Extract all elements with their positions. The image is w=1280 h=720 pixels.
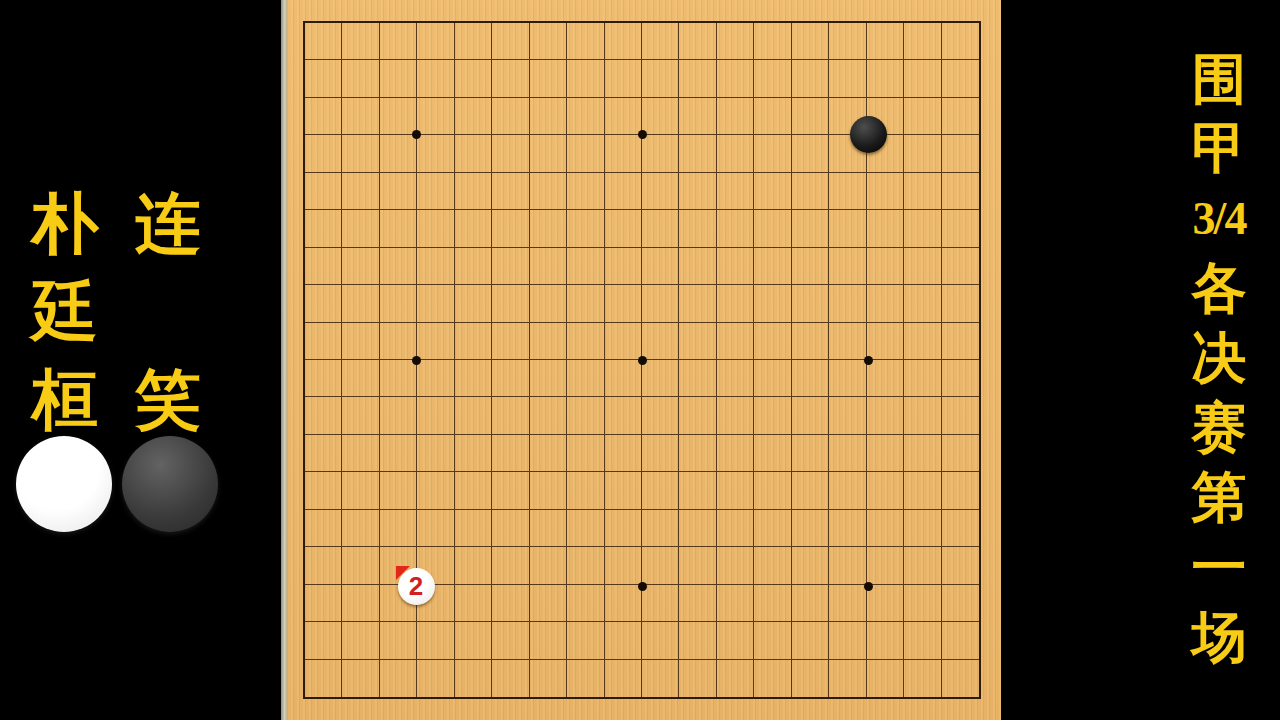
event-title: 围甲3/4各决赛第一场: [1182, 46, 1256, 670]
vertical-text-char: 3/4: [1193, 186, 1246, 252]
vertical-text-char: 第: [1192, 465, 1247, 531]
black-player-stone-icon: [122, 436, 218, 532]
black-stone-Q16: [850, 116, 887, 153]
white-player-name: 朴廷桓: [27, 191, 103, 433]
move-number-label: 2: [409, 573, 423, 599]
video-frame: 朴廷桓 连笑 2 围甲3/4各决赛第一场: [0, 0, 1280, 720]
vertical-text-char: 场: [1192, 604, 1247, 670]
vertical-text-char: 围: [1192, 46, 1247, 112]
vertical-text-char: 决: [1192, 325, 1247, 391]
stones-layer: 2: [281, 0, 1001, 720]
vertical-text-char: 一: [1192, 534, 1247, 600]
vertical-text-char: 桓: [32, 367, 98, 433]
vertical-text-char: 廷: [32, 279, 98, 345]
white-stone-D4: 2: [398, 568, 435, 605]
vertical-text-char: 各: [1192, 255, 1247, 321]
vertical-text-char: 连: [135, 191, 201, 257]
black-player-name: 连笑: [130, 191, 206, 433]
go-board: 2: [281, 0, 1001, 720]
vertical-text-char: 甲: [1192, 116, 1247, 182]
white-player-stone-icon: [16, 436, 112, 532]
vertical-text-char: 笑: [135, 367, 201, 433]
vertical-text-char: 赛: [1192, 395, 1247, 461]
vertical-text-char: 朴: [32, 191, 98, 257]
